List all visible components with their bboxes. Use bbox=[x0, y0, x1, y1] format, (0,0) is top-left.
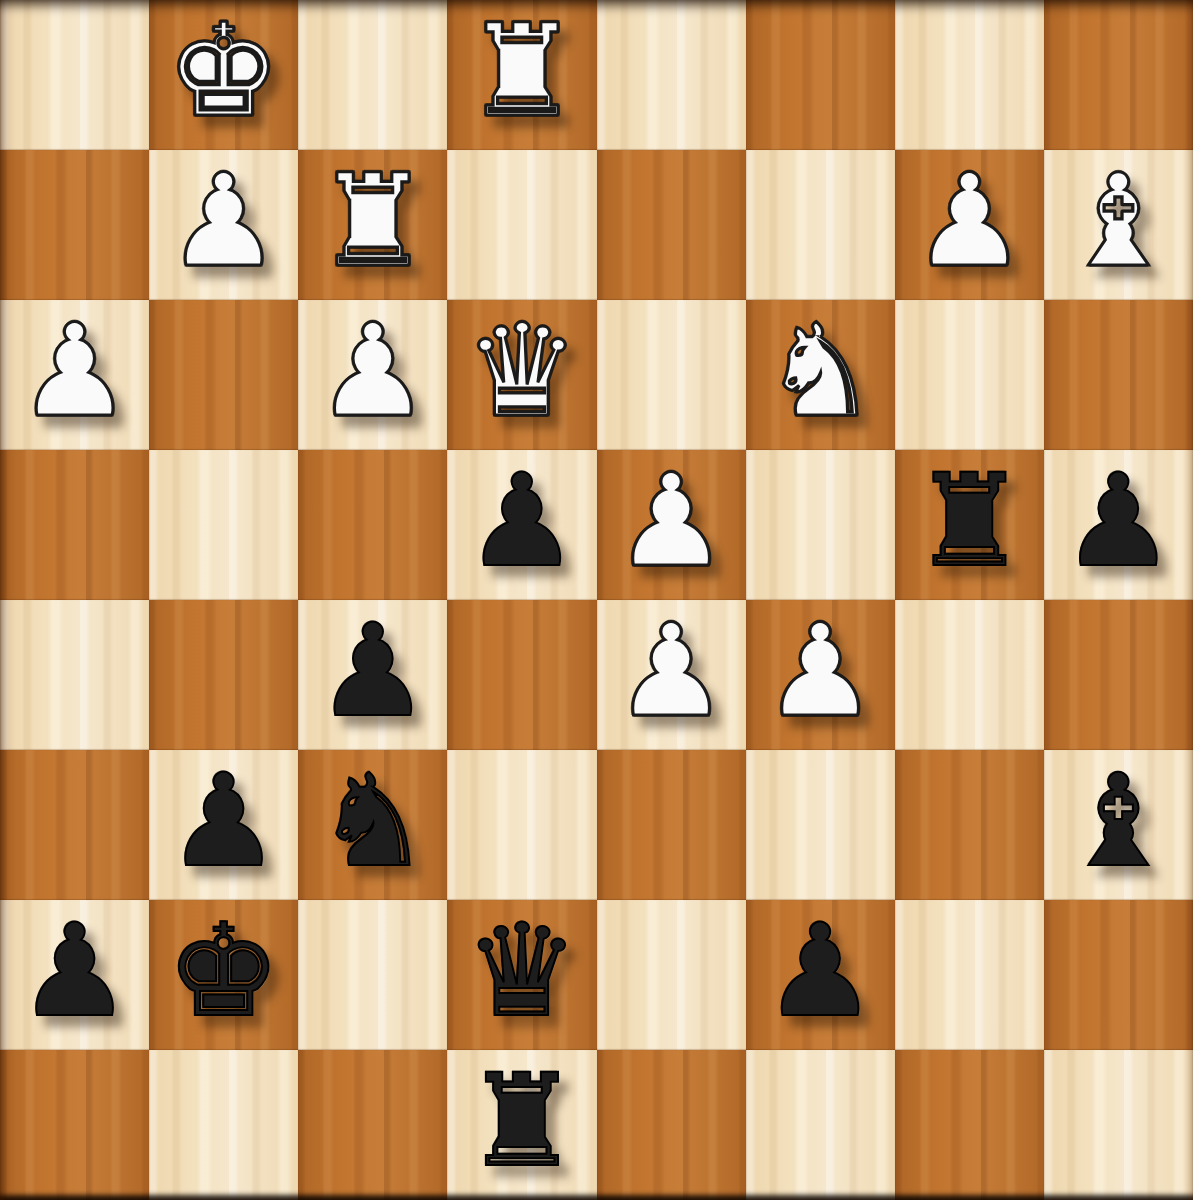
white-rook-e1[interactable]: ♜ bbox=[465, 7, 580, 135]
square-e5[interactable] bbox=[447, 600, 596, 750]
square-a2[interactable]: ♝ bbox=[1044, 150, 1193, 300]
square-d5[interactable]: ♟ bbox=[597, 600, 746, 750]
square-c3[interactable]: ♞ bbox=[746, 300, 895, 450]
square-h6[interactable] bbox=[0, 750, 149, 900]
black-pawn-g6[interactable]: ♟ bbox=[166, 757, 281, 885]
square-f5[interactable]: ♟ bbox=[298, 600, 447, 750]
square-a7[interactable] bbox=[1044, 900, 1193, 1050]
square-b8[interactable] bbox=[895, 1050, 1044, 1200]
square-g3[interactable] bbox=[149, 300, 298, 450]
chess-board: ♚♜♟♜♟♝♟♟♛♞♟♟♜♟♟♟♟♟♞♝♟♚♛♟♜ bbox=[0, 0, 1193, 1200]
square-c2[interactable] bbox=[746, 150, 895, 300]
square-h7[interactable]: ♟ bbox=[0, 900, 149, 1050]
white-pawn-b2[interactable]: ♟ bbox=[912, 157, 1027, 285]
square-a8[interactable] bbox=[1044, 1050, 1193, 1200]
square-d2[interactable] bbox=[597, 150, 746, 300]
square-g8[interactable] bbox=[149, 1050, 298, 1200]
square-b4[interactable]: ♜ bbox=[895, 450, 1044, 600]
black-rook-e8[interactable]: ♜ bbox=[465, 1057, 580, 1185]
square-e4[interactable]: ♟ bbox=[447, 450, 596, 600]
square-b1[interactable] bbox=[895, 0, 1044, 150]
square-h2[interactable] bbox=[0, 150, 149, 300]
square-h4[interactable] bbox=[0, 450, 149, 600]
square-d6[interactable] bbox=[597, 750, 746, 900]
black-pawn-e4[interactable]: ♟ bbox=[465, 457, 580, 585]
white-king-g1[interactable]: ♚ bbox=[166, 7, 281, 135]
square-f8[interactable] bbox=[298, 1050, 447, 1200]
square-c8[interactable] bbox=[746, 1050, 895, 1200]
black-queen-e7[interactable]: ♛ bbox=[465, 907, 580, 1035]
square-a1[interactable] bbox=[1044, 0, 1193, 150]
white-bishop-a2[interactable]: ♝ bbox=[1061, 157, 1176, 285]
square-d4[interactable]: ♟ bbox=[597, 450, 746, 600]
black-rook-b4[interactable]: ♜ bbox=[912, 457, 1027, 585]
square-a4[interactable]: ♟ bbox=[1044, 450, 1193, 600]
square-g5[interactable] bbox=[149, 600, 298, 750]
square-b2[interactable]: ♟ bbox=[895, 150, 1044, 300]
black-pawn-h7[interactable]: ♟ bbox=[17, 907, 132, 1035]
white-pawn-f3[interactable]: ♟ bbox=[315, 307, 430, 435]
square-e6[interactable] bbox=[447, 750, 596, 900]
square-f2[interactable]: ♜ bbox=[298, 150, 447, 300]
square-d8[interactable] bbox=[597, 1050, 746, 1200]
square-d3[interactable] bbox=[597, 300, 746, 450]
square-h5[interactable] bbox=[0, 600, 149, 750]
square-g4[interactable] bbox=[149, 450, 298, 600]
square-a3[interactable] bbox=[1044, 300, 1193, 450]
square-a5[interactable] bbox=[1044, 600, 1193, 750]
square-f7[interactable] bbox=[298, 900, 447, 1050]
square-g7[interactable]: ♚ bbox=[149, 900, 298, 1050]
square-b6[interactable] bbox=[895, 750, 1044, 900]
black-knight-f6[interactable]: ♞ bbox=[315, 757, 430, 885]
square-e8[interactable]: ♜ bbox=[447, 1050, 596, 1200]
black-king-g7[interactable]: ♚ bbox=[166, 907, 281, 1035]
white-pawn-d4[interactable]: ♟ bbox=[614, 457, 729, 585]
square-h8[interactable] bbox=[0, 1050, 149, 1200]
square-f6[interactable]: ♞ bbox=[298, 750, 447, 900]
black-pawn-c7[interactable]: ♟ bbox=[763, 907, 878, 1035]
square-e3[interactable]: ♛ bbox=[447, 300, 596, 450]
black-bishop-a6[interactable]: ♝ bbox=[1061, 757, 1176, 885]
white-queen-e3[interactable]: ♛ bbox=[465, 307, 580, 435]
white-pawn-g2[interactable]: ♟ bbox=[166, 157, 281, 285]
white-pawn-d5[interactable]: ♟ bbox=[614, 607, 729, 735]
square-d7[interactable] bbox=[597, 900, 746, 1050]
square-b5[interactable] bbox=[895, 600, 1044, 750]
square-a6[interactable]: ♝ bbox=[1044, 750, 1193, 900]
square-b3[interactable] bbox=[895, 300, 1044, 450]
square-b7[interactable] bbox=[895, 900, 1044, 1050]
square-e7[interactable]: ♛ bbox=[447, 900, 596, 1050]
white-rook-f2[interactable]: ♜ bbox=[315, 157, 430, 285]
square-c1[interactable] bbox=[746, 0, 895, 150]
square-g1[interactable]: ♚ bbox=[149, 0, 298, 150]
square-f3[interactable]: ♟ bbox=[298, 300, 447, 450]
square-g6[interactable]: ♟ bbox=[149, 750, 298, 900]
square-c6[interactable] bbox=[746, 750, 895, 900]
square-h1[interactable] bbox=[0, 0, 149, 150]
white-pawn-h3[interactable]: ♟ bbox=[17, 307, 132, 435]
square-c4[interactable] bbox=[746, 450, 895, 600]
square-e1[interactable]: ♜ bbox=[447, 0, 596, 150]
square-f1[interactable] bbox=[298, 0, 447, 150]
square-e2[interactable] bbox=[447, 150, 596, 300]
black-pawn-a4[interactable]: ♟ bbox=[1061, 457, 1176, 585]
white-knight-c3[interactable]: ♞ bbox=[763, 307, 878, 435]
square-h3[interactable]: ♟ bbox=[0, 300, 149, 450]
square-d1[interactable] bbox=[597, 0, 746, 150]
square-f4[interactable] bbox=[298, 450, 447, 600]
square-c5[interactable]: ♟ bbox=[746, 600, 895, 750]
square-g2[interactable]: ♟ bbox=[149, 150, 298, 300]
black-pawn-f5[interactable]: ♟ bbox=[315, 607, 430, 735]
white-pawn-c5[interactable]: ♟ bbox=[763, 607, 878, 735]
square-c7[interactable]: ♟ bbox=[746, 900, 895, 1050]
